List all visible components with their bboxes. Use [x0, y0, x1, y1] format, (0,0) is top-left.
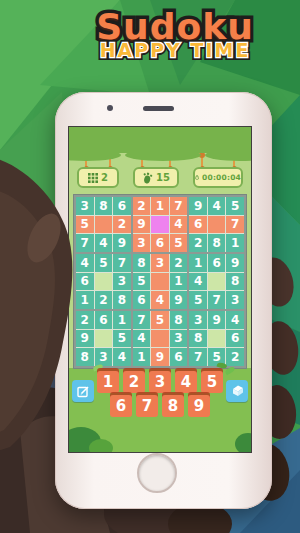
sudoku-cell-r6c9[interactable]: 3 [226, 291, 244, 309]
sudoku-cell-r4c5[interactable]: 3 [151, 254, 169, 272]
sudoku-cell-r2c6[interactable]: 4 [170, 216, 188, 234]
sudoku-cell-r6c4[interactable]: 6 [133, 291, 151, 309]
boards-counter: 2 [77, 167, 119, 188]
sudoku-block: 39486752 [189, 311, 244, 366]
sudoku-cell-r1c6[interactable]: 7 [170, 197, 188, 215]
sudoku-cell-r2c2[interactable] [95, 216, 113, 234]
stopwatch-icon [195, 172, 199, 183]
sudoku-cell-r5c1[interactable]: 6 [76, 273, 94, 291]
sudoku-block: 83251649 [133, 254, 188, 309]
sudoku-cell-r6c6[interactable]: 9 [170, 291, 188, 309]
sudoku-cell-r9c7[interactable]: 7 [189, 348, 207, 366]
sudoku-cell-r8c8[interactable] [208, 330, 226, 348]
numpad-tile-9[interactable]: 9 [188, 395, 210, 417]
sudoku-cell-r7c5[interactable]: 5 [151, 311, 169, 329]
sudoku-cell-r4c8[interactable]: 6 [208, 254, 226, 272]
sudoku-cell-r1c8[interactable]: 4 [208, 197, 226, 215]
sudoku-cell-r5c4[interactable]: 5 [133, 273, 151, 291]
numpad-row-2: 6789 [69, 395, 251, 417]
sudoku-cell-r5c8[interactable] [208, 273, 226, 291]
sudoku-cell-r7c4[interactable]: 7 [133, 311, 151, 329]
app-title: Sudoku Sudoku HAPPY TIME HAPPY TIME HAPP… [55, 8, 295, 61]
sudoku-block: 75843196 [133, 311, 188, 366]
sudoku-cell-r2c9[interactable]: 7 [226, 216, 244, 234]
sudoku-cell-r6c7[interactable]: 5 [189, 291, 207, 309]
sudoku-block: 21794365 [133, 197, 188, 252]
sudoku-cell-r2c8[interactable] [208, 216, 226, 234]
moves-value: 15 [156, 172, 170, 183]
sudoku-cell-r9c9[interactable]: 2 [226, 348, 244, 366]
sudoku-cell-r7c2[interactable]: 6 [95, 311, 113, 329]
sudoku-cell-r3c1[interactable]: 7 [76, 234, 94, 252]
sudoku-cell-r8c5[interactable] [151, 330, 169, 348]
eraser-button[interactable] [226, 380, 248, 402]
numpad-tile-4[interactable]: 4 [175, 371, 197, 393]
moves-counter: 15 [133, 167, 179, 188]
sudoku-cell-r1c1[interactable]: 3 [76, 197, 94, 215]
sudoku-cell-r4c9[interactable]: 9 [226, 254, 244, 272]
sudoku-cell-r9c2[interactable]: 3 [95, 348, 113, 366]
sudoku-cell-r4c3[interactable]: 7 [113, 254, 131, 272]
sudoku-cell-r5c3[interactable]: 3 [113, 273, 131, 291]
sudoku-cell-r7c1[interactable]: 2 [76, 311, 94, 329]
sudoku-cell-r2c3[interactable]: 2 [113, 216, 131, 234]
sudoku-cell-r2c1[interactable]: 5 [76, 216, 94, 234]
sudoku-cell-r5c2[interactable] [95, 273, 113, 291]
phone-speaker [143, 106, 174, 111]
pencil-mode-button[interactable] [72, 380, 94, 402]
sudoku-cell-r3c8[interactable]: 8 [208, 234, 226, 252]
bush-decoration [89, 439, 113, 452]
sudoku-cell-r5c7[interactable]: 4 [189, 273, 207, 291]
numpad-tile-8[interactable]: 8 [162, 395, 184, 417]
numpad-tile-6[interactable]: 6 [110, 395, 132, 417]
sudoku-cell-r6c3[interactable]: 8 [113, 291, 131, 309]
pencil-icon [77, 385, 90, 398]
sudoku-cell-r5c6[interactable]: 1 [170, 273, 188, 291]
numpad-tile-1[interactable]: 1 [97, 371, 119, 393]
sudoku-cell-r7c7[interactable]: 3 [189, 311, 207, 329]
phone-camera [107, 105, 113, 111]
sudoku-cell-r5c9[interactable]: 8 [226, 273, 244, 291]
numpad-tile-2[interactable]: 2 [123, 371, 145, 393]
sudoku-block: 26195834 [76, 311, 131, 366]
sudoku-cell-r2c7[interactable]: 6 [189, 216, 207, 234]
sudoku-cell-r5c5[interactable] [151, 273, 169, 291]
sudoku-cell-r6c1[interactable]: 1 [76, 291, 94, 309]
sudoku-cell-r7c6[interactable]: 8 [170, 311, 188, 329]
sudoku-cell-r8c6[interactable]: 3 [170, 330, 188, 348]
sudoku-cell-r1c4[interactable]: 2 [133, 197, 151, 215]
sudoku-cell-r1c3[interactable]: 6 [113, 197, 131, 215]
sudoku-cell-r3c7[interactable]: 2 [189, 234, 207, 252]
footprint-icon [142, 172, 153, 184]
app-title-line2: HAPPY TIME HAPPY TIME HAPPY TIME [55, 41, 295, 61]
numpad-tile-7[interactable]: 7 [136, 395, 158, 417]
numpad-row-1: 12345 [69, 371, 251, 393]
timer-value: 00:00:04 [202, 173, 241, 182]
sudoku-block: 16948573 [189, 254, 244, 309]
sudoku-cell-r4c2[interactable]: 5 [95, 254, 113, 272]
sudoku-cell-r8c4[interactable]: 4 [133, 330, 151, 348]
sudoku-cell-r4c6[interactable]: 2 [170, 254, 188, 272]
sudoku-cell-r4c1[interactable]: 4 [76, 254, 94, 272]
sudoku-cell-r2c4[interactable]: 9 [133, 216, 151, 234]
sudoku-cell-r8c7[interactable]: 8 [189, 330, 207, 348]
top-bar [69, 127, 251, 153]
sudoku-cell-r6c2[interactable]: 2 [95, 291, 113, 309]
sudoku-cell-r1c9[interactable]: 5 [226, 197, 244, 215]
sudoku-cell-r1c7[interactable]: 9 [189, 197, 207, 215]
game-screen: ⚙ ? SAVE [69, 127, 251, 452]
sudoku-cell-r7c8[interactable]: 9 [208, 311, 226, 329]
sudoku-cell-r8c2[interactable] [95, 330, 113, 348]
sudoku-cell-r2c5[interactable] [151, 216, 169, 234]
sudoku-cell-r9c4[interactable]: 1 [133, 348, 151, 366]
sudoku-cell-r3c4[interactable]: 3 [133, 234, 151, 252]
timer: 00:00:04 [193, 167, 243, 188]
sudoku-cell-r4c7[interactable]: 1 [189, 254, 207, 272]
sudoku-cell-r8c9[interactable]: 6 [226, 330, 244, 348]
sudoku-cell-r3c3[interactable]: 9 [113, 234, 131, 252]
sudoku-board: 3865274921794365945672814576312883251649… [74, 195, 246, 368]
sudoku-cell-r9c5[interactable]: 9 [151, 348, 169, 366]
phone-frame: ⚙ ? SAVE [55, 92, 272, 509]
sudoku-cell-r7c9[interactable]: 4 [226, 311, 244, 329]
sudoku-block: 45763128 [76, 254, 131, 309]
sudoku-block: 38652749 [76, 197, 131, 252]
screenshot-root: Sudoku Sudoku HAPPY TIME HAPPY TIME HAPP… [0, 0, 300, 533]
sudoku-cell-r3c6[interactable]: 5 [170, 234, 188, 252]
sudoku-cell-r1c5[interactable]: 1 [151, 197, 169, 215]
sudoku-cell-r9c1[interactable]: 8 [76, 348, 94, 366]
numpad-tile-5[interactable]: 5 [201, 371, 223, 393]
sudoku-block: 94567281 [189, 197, 244, 252]
sudoku-cell-r1c2[interactable]: 8 [95, 197, 113, 215]
sudoku-cell-r6c8[interactable]: 7 [208, 291, 226, 309]
sudoku-cell-r4c4[interactable]: 8 [133, 254, 151, 272]
sudoku-cell-r3c2[interactable]: 4 [95, 234, 113, 252]
eraser-icon [230, 385, 244, 397]
sudoku-cell-r8c1[interactable]: 9 [76, 330, 94, 348]
grid-icon [88, 173, 98, 183]
boards-value: 2 [101, 172, 108, 183]
sudoku-cell-r9c6[interactable]: 6 [170, 348, 188, 366]
sudoku-cell-r3c9[interactable]: 1 [226, 234, 244, 252]
sudoku-cell-r3c5[interactable]: 6 [151, 234, 169, 252]
numpad-tile-3[interactable]: 3 [149, 371, 171, 393]
sudoku-cell-r6c5[interactable]: 4 [151, 291, 169, 309]
sudoku-cell-r8c3[interactable]: 5 [113, 330, 131, 348]
home-button[interactable] [137, 453, 177, 493]
sudoku-cell-r7c3[interactable]: 1 [113, 311, 131, 329]
sudoku-cell-r9c3[interactable]: 4 [113, 348, 131, 366]
bush-decoration [235, 433, 251, 452]
